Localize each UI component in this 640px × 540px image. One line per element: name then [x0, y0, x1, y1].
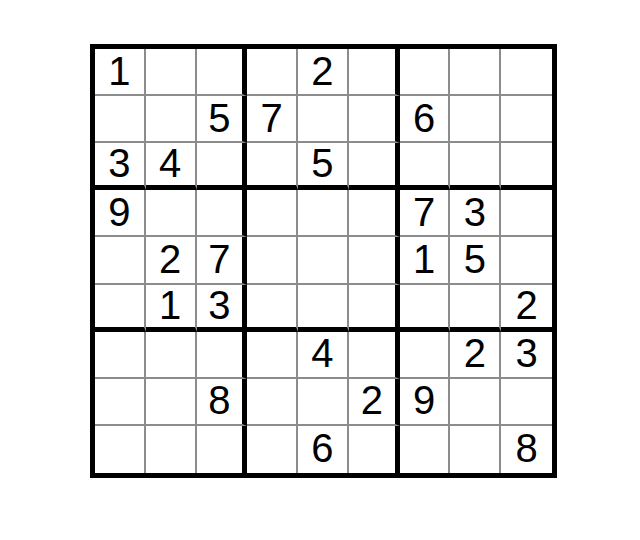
cell-r8c1[interactable] — [95, 379, 146, 426]
given-digit: 5 — [311, 143, 333, 183]
cell-r8c7[interactable]: 9 — [400, 379, 451, 426]
cell-r5c3[interactable]: 7 — [197, 237, 248, 284]
cell-r6c6[interactable] — [349, 285, 400, 332]
cell-r3c8[interactable] — [450, 143, 501, 190]
cell-r5c7[interactable]: 1 — [400, 237, 451, 284]
given-digit: 1 — [413, 239, 435, 279]
cell-r9c5[interactable]: 6 — [298, 426, 349, 473]
cell-r7c6[interactable] — [349, 332, 400, 379]
cell-r2c1[interactable] — [95, 96, 146, 143]
cell-r7c3[interactable] — [197, 332, 248, 379]
cell-r7c7[interactable] — [400, 332, 451, 379]
sudoku-board: 12576345973271513242382968 — [90, 44, 557, 478]
cell-r8c3[interactable]: 8 — [197, 379, 248, 426]
cell-r3c5[interactable]: 5 — [298, 143, 349, 190]
cell-r6c1[interactable] — [95, 285, 146, 332]
cell-r4c1[interactable]: 9 — [95, 190, 146, 237]
cell-r8c9[interactable] — [501, 379, 552, 426]
cell-r4c6[interactable] — [349, 190, 400, 237]
cell-r6c5[interactable] — [298, 285, 349, 332]
cell-r3c2[interactable]: 4 — [146, 143, 197, 190]
cell-r4c8[interactable]: 3 — [450, 190, 501, 237]
cell-r2c9[interactable] — [501, 96, 552, 143]
cell-r4c2[interactable] — [146, 190, 197, 237]
given-digit: 8 — [515, 428, 537, 468]
given-digit: 3 — [515, 333, 537, 373]
cell-r1c6[interactable] — [349, 49, 400, 96]
given-digit: 9 — [108, 192, 130, 232]
cell-r9c1[interactable] — [95, 426, 146, 473]
cell-r1c8[interactable] — [450, 49, 501, 96]
cell-r8c2[interactable] — [146, 379, 197, 426]
cell-r6c9[interactable]: 2 — [501, 285, 552, 332]
cell-r3c7[interactable] — [400, 143, 451, 190]
cell-r4c5[interactable] — [298, 190, 349, 237]
cell-r2c2[interactable] — [146, 96, 197, 143]
cell-r5c8[interactable]: 5 — [450, 237, 501, 284]
given-digit: 6 — [413, 98, 435, 138]
cell-r8c6[interactable]: 2 — [349, 379, 400, 426]
cell-r6c8[interactable] — [450, 285, 501, 332]
cell-r2c6[interactable] — [349, 96, 400, 143]
cell-r4c9[interactable] — [501, 190, 552, 237]
cell-r6c3[interactable]: 3 — [197, 285, 248, 332]
cell-r8c5[interactable] — [298, 379, 349, 426]
cell-r2c3[interactable]: 5 — [197, 96, 248, 143]
cell-r7c9[interactable]: 3 — [501, 332, 552, 379]
sudoku-puzzle-page: 12576345973271513242382968 — [0, 0, 640, 540]
cell-r1c7[interactable] — [400, 49, 451, 96]
cell-r8c4[interactable] — [247, 379, 298, 426]
given-digit: 9 — [413, 380, 435, 420]
given-digit: 5 — [464, 239, 486, 279]
cell-r5c9[interactable] — [501, 237, 552, 284]
given-digit: 2 — [464, 333, 486, 373]
given-digit: 3 — [108, 143, 130, 183]
cell-r5c5[interactable] — [298, 237, 349, 284]
cell-r6c2[interactable]: 1 — [146, 285, 197, 332]
cell-r3c3[interactable] — [197, 143, 248, 190]
cell-r9c3[interactable] — [197, 426, 248, 473]
given-digit: 1 — [108, 51, 130, 91]
given-digit: 2 — [361, 380, 383, 420]
given-digit: 8 — [208, 380, 230, 420]
given-digit: 6 — [311, 428, 333, 468]
cell-r7c1[interactable] — [95, 332, 146, 379]
cell-r9c8[interactable] — [450, 426, 501, 473]
cell-r4c3[interactable] — [197, 190, 248, 237]
cell-r7c2[interactable] — [146, 332, 197, 379]
cell-r2c8[interactable] — [450, 96, 501, 143]
cell-r9c2[interactable] — [146, 426, 197, 473]
cell-r3c1[interactable]: 3 — [95, 143, 146, 190]
cell-r1c5[interactable]: 2 — [298, 49, 349, 96]
cell-r2c4[interactable]: 7 — [247, 96, 298, 143]
cell-r5c2[interactable]: 2 — [146, 237, 197, 284]
cell-r4c7[interactable]: 7 — [400, 190, 451, 237]
given-digit: 4 — [311, 333, 333, 373]
given-digit: 1 — [159, 285, 181, 325]
given-digit: 3 — [208, 285, 230, 325]
given-digit: 2 — [311, 51, 333, 91]
cell-r3c9[interactable] — [501, 143, 552, 190]
cell-r1c3[interactable] — [197, 49, 248, 96]
cell-r6c4[interactable] — [247, 285, 298, 332]
cell-r8c8[interactable] — [450, 379, 501, 426]
given-digit: 7 — [413, 192, 435, 232]
cell-r7c4[interactable] — [247, 332, 298, 379]
cell-r2c5[interactable] — [298, 96, 349, 143]
cell-r5c6[interactable] — [349, 237, 400, 284]
cell-r5c1[interactable] — [95, 237, 146, 284]
cell-r4c4[interactable] — [247, 190, 298, 237]
given-digit: 4 — [159, 143, 181, 183]
given-digit: 2 — [159, 239, 181, 279]
cell-r7c8[interactable]: 2 — [450, 332, 501, 379]
cell-r1c4[interactable] — [247, 49, 298, 96]
cell-r1c2[interactable] — [146, 49, 197, 96]
cell-r9c7[interactable] — [400, 426, 451, 473]
cell-r7c5[interactable]: 4 — [298, 332, 349, 379]
given-digit: 3 — [464, 192, 486, 232]
given-digit: 5 — [208, 98, 230, 138]
cell-r9c9[interactable]: 8 — [501, 426, 552, 473]
cell-r6c7[interactable] — [400, 285, 451, 332]
cell-r9c6[interactable] — [349, 426, 400, 473]
given-digit: 7 — [261, 98, 283, 138]
cell-r1c9[interactable] — [501, 49, 552, 96]
given-digit: 7 — [208, 239, 230, 279]
given-digit: 2 — [515, 285, 537, 325]
cell-r9c4[interactable] — [247, 426, 298, 473]
cell-r3c6[interactable] — [349, 143, 400, 190]
cell-r1c1[interactable]: 1 — [95, 49, 146, 96]
cell-r3c4[interactable] — [247, 143, 298, 190]
cell-r2c7[interactable]: 6 — [400, 96, 451, 143]
cell-r5c4[interactable] — [247, 237, 298, 284]
